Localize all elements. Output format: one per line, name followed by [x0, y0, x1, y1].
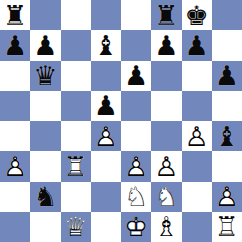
square-g4[interactable]: ♟♙ — [182, 121, 212, 151]
black-pawn-glyph: ♟ — [0, 30, 30, 60]
square-d8[interactable] — [91, 0, 121, 30]
square-h6[interactable]: ♟ — [212, 61, 242, 91]
black-bishop-glyph: ♝ — [212, 121, 242, 151]
black-queen-glyph: ♛ — [30, 61, 60, 91]
square-d2[interactable] — [91, 182, 121, 212]
piece-black-pawn[interactable]: ♟ — [151, 30, 181, 60]
piece-black-pawn[interactable]: ♟ — [0, 30, 30, 60]
piece-white-queen[interactable]: ♛♕ — [61, 212, 91, 242]
square-c5[interactable] — [61, 91, 91, 121]
square-f2[interactable]: ♞♘ — [151, 182, 181, 212]
piece-black-king[interactable]: ♚ — [182, 0, 212, 30]
white-bishop-outline: ♗ — [151, 212, 181, 242]
square-h4[interactable]: ♝ — [212, 121, 242, 151]
piece-black-bishop[interactable]: ♝ — [91, 30, 121, 60]
square-f5[interactable] — [151, 91, 181, 121]
chess-board: ♜♜♚♟♟♝♟♟♛♟♟♟♟♙♟♙♝♟♙♜♖♟♙♟♙♞♞♘♞♘♟♙♛♕♚♔♝♗♜♖ — [0, 0, 242, 242]
piece-black-pawn[interactable]: ♟ — [30, 30, 60, 60]
square-b7[interactable]: ♟ — [30, 30, 60, 60]
square-c3[interactable]: ♜♖ — [61, 151, 91, 181]
square-a6[interactable] — [0, 61, 30, 91]
piece-white-knight[interactable]: ♞♘ — [151, 182, 181, 212]
piece-black-queen[interactable]: ♛ — [30, 61, 60, 91]
white-pawn-outline: ♙ — [182, 121, 212, 151]
square-h2[interactable]: ♟♙ — [212, 182, 242, 212]
square-e7[interactable] — [121, 30, 151, 60]
square-f6[interactable] — [151, 61, 181, 91]
black-pawn-glyph: ♟ — [91, 91, 121, 121]
piece-black-pawn[interactable]: ♟ — [121, 61, 151, 91]
piece-white-rook[interactable]: ♜♖ — [212, 212, 242, 242]
white-queen-outline: ♕ — [61, 212, 91, 242]
piece-black-pawn[interactable]: ♟ — [91, 91, 121, 121]
square-g5[interactable] — [182, 91, 212, 121]
square-d6[interactable] — [91, 61, 121, 91]
square-d3[interactable] — [91, 151, 121, 181]
white-knight-outline: ♘ — [151, 182, 181, 212]
square-h5[interactable] — [212, 91, 242, 121]
square-g1[interactable] — [182, 212, 212, 242]
black-rook-glyph: ♜ — [0, 0, 30, 30]
white-king-outline: ♔ — [121, 212, 151, 242]
piece-white-bishop[interactable]: ♝♗ — [151, 212, 181, 242]
black-pawn-glyph: ♟ — [212, 61, 242, 91]
piece-white-pawn[interactable]: ♟♙ — [151, 151, 181, 181]
square-f4[interactable] — [151, 121, 181, 151]
square-b5[interactable] — [30, 91, 60, 121]
square-c8[interactable] — [61, 0, 91, 30]
square-c4[interactable] — [61, 121, 91, 151]
square-b3[interactable] — [30, 151, 60, 181]
square-b4[interactable] — [30, 121, 60, 151]
square-e6[interactable]: ♟ — [121, 61, 151, 91]
piece-black-pawn[interactable]: ♟ — [182, 30, 212, 60]
piece-white-pawn[interactable]: ♟♙ — [0, 151, 30, 181]
white-pawn-outline: ♙ — [91, 121, 121, 151]
white-rook-outline: ♖ — [212, 212, 242, 242]
piece-black-knight[interactable]: ♞ — [30, 182, 60, 212]
square-g3[interactable] — [182, 151, 212, 181]
square-c2[interactable] — [61, 182, 91, 212]
square-d5[interactable]: ♟ — [91, 91, 121, 121]
black-pawn-glyph: ♟ — [30, 30, 60, 60]
black-pawn-glyph: ♟ — [182, 30, 212, 60]
square-a4[interactable] — [0, 121, 30, 151]
piece-white-pawn[interactable]: ♟♙ — [91, 121, 121, 151]
white-pawn-outline: ♙ — [0, 151, 30, 181]
square-c7[interactable] — [61, 30, 91, 60]
black-knight-glyph: ♞ — [30, 182, 60, 212]
square-d4[interactable]: ♟♙ — [91, 121, 121, 151]
square-f1[interactable]: ♝♗ — [151, 212, 181, 242]
square-g2[interactable] — [182, 182, 212, 212]
piece-white-rook[interactable]: ♜♖ — [61, 151, 91, 181]
square-c6[interactable] — [61, 61, 91, 91]
square-b2[interactable]: ♞ — [30, 182, 60, 212]
square-f8[interactable]: ♜ — [151, 0, 181, 30]
square-a3[interactable]: ♟♙ — [0, 151, 30, 181]
piece-white-pawn[interactable]: ♟♙ — [212, 182, 242, 212]
square-h1[interactable]: ♜♖ — [212, 212, 242, 242]
square-a1[interactable] — [0, 212, 30, 242]
square-c1[interactable]: ♛♕ — [61, 212, 91, 242]
square-e4[interactable] — [121, 121, 151, 151]
black-pawn-glyph: ♟ — [121, 61, 151, 91]
square-f3[interactable]: ♟♙ — [151, 151, 181, 181]
square-e1[interactable]: ♚♔ — [121, 212, 151, 242]
square-f7[interactable]: ♟ — [151, 30, 181, 60]
square-g7[interactable]: ♟ — [182, 30, 212, 60]
square-b8[interactable] — [30, 0, 60, 30]
square-b6[interactable]: ♛ — [30, 61, 60, 91]
black-rook-glyph: ♜ — [151, 0, 181, 30]
piece-white-king[interactable]: ♚♔ — [121, 212, 151, 242]
piece-black-rook[interactable]: ♜ — [151, 0, 181, 30]
piece-black-rook[interactable]: ♜ — [0, 0, 30, 30]
white-pawn-outline: ♙ — [212, 182, 242, 212]
white-rook-outline: ♖ — [61, 151, 91, 181]
square-g6[interactable] — [182, 61, 212, 91]
square-a7[interactable]: ♟ — [0, 30, 30, 60]
piece-white-pawn[interactable]: ♟♙ — [121, 151, 151, 181]
square-a8[interactable]: ♜ — [0, 0, 30, 30]
piece-black-bishop[interactable]: ♝ — [212, 121, 242, 151]
square-e8[interactable] — [121, 0, 151, 30]
square-e5[interactable] — [121, 91, 151, 121]
white-knight-outline: ♘ — [121, 182, 151, 212]
square-a2[interactable] — [0, 182, 30, 212]
black-bishop-glyph: ♝ — [91, 30, 121, 60]
square-h7[interactable] — [212, 30, 242, 60]
square-e3[interactable]: ♟♙ — [121, 151, 151, 181]
square-e2[interactable]: ♞♘ — [121, 182, 151, 212]
square-g8[interactable]: ♚ — [182, 0, 212, 30]
piece-white-pawn[interactable]: ♟♙ — [182, 121, 212, 151]
square-h8[interactable] — [212, 0, 242, 30]
black-pawn-glyph: ♟ — [151, 30, 181, 60]
square-d1[interactable] — [91, 212, 121, 242]
white-pawn-outline: ♙ — [121, 151, 151, 181]
square-h3[interactable] — [212, 151, 242, 181]
square-d7[interactable]: ♝ — [91, 30, 121, 60]
piece-black-pawn[interactable]: ♟ — [212, 61, 242, 91]
piece-white-knight[interactable]: ♞♘ — [121, 182, 151, 212]
black-king-glyph: ♚ — [182, 0, 212, 30]
square-a5[interactable] — [0, 91, 30, 121]
square-b1[interactable] — [30, 212, 60, 242]
white-pawn-outline: ♙ — [151, 151, 181, 181]
